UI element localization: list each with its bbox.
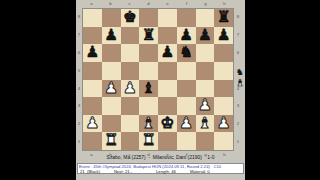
file-label-a: a xyxy=(85,1,99,6)
square-b4: ♟ xyxy=(102,80,121,98)
game-length-label: Length: 46 xyxy=(156,169,176,173)
rank-label-1: 1 xyxy=(236,136,240,149)
square-c5 xyxy=(121,62,140,80)
rank-label-4: 4 xyxy=(77,82,81,95)
next-move-label: Next: 21... xyxy=(114,169,133,173)
square-h7: ♟ xyxy=(214,27,233,45)
video-frame: abcdefgh 87654321 ♚♜♟♜♟♟♟♟♟♞♟♟♝♟♟♝♚♟♝♟♜♜… xyxy=(0,0,320,180)
file-label-e: e xyxy=(161,1,175,6)
black-rook: ♜ xyxy=(217,10,231,26)
black-pawn: ♟ xyxy=(179,27,193,43)
rank-label-5: 5 xyxy=(77,64,81,77)
white-pawn: ♟ xyxy=(123,80,137,96)
rank-label-7: 7 xyxy=(77,28,81,41)
rank-label-6: 6 xyxy=(236,46,240,59)
square-f3 xyxy=(177,97,196,115)
white-bishop: ♝ xyxy=(142,115,156,131)
square-b1: ♜ xyxy=(102,132,121,150)
square-d4: ♝ xyxy=(139,80,158,98)
square-g1 xyxy=(196,132,215,150)
white-pawn: ♟ xyxy=(85,115,99,131)
rank-label-2: 2 xyxy=(236,118,240,131)
square-h3 xyxy=(214,97,233,115)
square-c1 xyxy=(121,132,140,150)
square-d1: ♜ xyxy=(139,132,158,150)
white-bishop-icon: ♝ xyxy=(236,78,244,89)
game-info-box: Event : 45th Olympiad 2024, Budapest HUN… xyxy=(77,163,244,174)
move-indicator: 21 (Black) xyxy=(80,169,100,173)
rank-label-3: 3 xyxy=(236,100,240,113)
file-label-h: h xyxy=(218,1,232,6)
square-c3 xyxy=(121,97,140,115)
square-c6 xyxy=(121,44,140,62)
white-pawn: ♟ xyxy=(217,115,231,131)
square-e5 xyxy=(158,62,177,80)
file-label-g: g xyxy=(199,1,213,6)
white-rook: ♜ xyxy=(104,133,118,149)
square-b6 xyxy=(102,44,121,62)
square-g4 xyxy=(196,80,215,98)
square-h6 xyxy=(214,44,233,62)
square-c2 xyxy=(121,115,140,133)
square-a6: ♟ xyxy=(83,44,102,62)
rank-label-2: 2 xyxy=(77,118,81,131)
square-f7: ♟ xyxy=(177,27,196,45)
square-f8 xyxy=(177,9,196,27)
square-f4 xyxy=(177,80,196,98)
square-b7: ♟ xyxy=(102,27,121,45)
black-pawn: ♟ xyxy=(160,45,174,61)
black-knight-icon: ♞ xyxy=(236,67,244,78)
status-line: 21 (Black) Next: 21... Length: 46 Materi… xyxy=(78,169,243,174)
square-g3: ♟ xyxy=(196,97,215,115)
white-pawn: ♟ xyxy=(104,80,118,96)
square-e3 xyxy=(158,97,177,115)
black-rook: ♜ xyxy=(142,27,156,43)
square-c8: ♚ xyxy=(121,9,140,27)
square-b8 xyxy=(102,9,121,27)
material-tray: ♞ ♝ xyxy=(235,67,245,89)
square-h5 xyxy=(214,62,233,80)
square-g5 xyxy=(196,62,215,80)
white-pawn: ♟ xyxy=(198,98,212,114)
black-bishop: ♝ xyxy=(142,80,156,96)
square-b2 xyxy=(102,115,121,133)
square-e6: ♟ xyxy=(158,44,177,62)
square-d7: ♜ xyxy=(139,27,158,45)
square-h1 xyxy=(214,132,233,150)
square-e8 xyxy=(158,9,177,27)
right-letterbox-bar xyxy=(245,0,320,180)
event-line: Event : 45th Olympiad 2024, Budapest HUN… xyxy=(79,164,221,168)
file-label-b: b xyxy=(104,1,118,6)
black-pawn: ♟ xyxy=(85,45,99,61)
material-label: Material: 0 xyxy=(190,169,210,173)
square-c7 xyxy=(121,27,140,45)
square-g8 xyxy=(196,9,215,27)
square-g6 xyxy=(196,44,215,62)
left-letterbox-bar xyxy=(0,0,76,180)
square-d2: ♝ xyxy=(139,115,158,133)
square-d8 xyxy=(139,9,158,27)
square-e7 xyxy=(158,27,177,45)
rank-label-1: 1 xyxy=(77,136,81,149)
rank-label-7: 7 xyxy=(236,28,240,41)
square-f6: ♞ xyxy=(177,44,196,62)
square-c4: ♟ xyxy=(121,80,140,98)
rank-label-3: 3 xyxy=(77,100,81,113)
square-a3 xyxy=(83,97,102,115)
file-labels-top: abcdefgh xyxy=(82,0,234,7)
square-g2: ♝ xyxy=(196,115,215,133)
square-h8: ♜ xyxy=(214,9,233,27)
square-d5 xyxy=(139,62,158,80)
square-f5 xyxy=(177,62,196,80)
chess-board: ♚♜♟♜♟♟♟♟♟♞♟♟♝♟♟♝♚♟♝♟♜♜ xyxy=(82,8,234,151)
white-king: ♚ xyxy=(160,115,174,131)
file-label-f: f xyxy=(180,1,194,6)
black-pawn: ♟ xyxy=(198,27,212,43)
white-bishop: ♝ xyxy=(198,115,212,131)
square-a8 xyxy=(83,9,102,27)
black-king: ♚ xyxy=(123,10,137,26)
square-g7: ♟ xyxy=(196,27,215,45)
rank-label-6: 6 xyxy=(77,46,81,59)
square-e1 xyxy=(158,132,177,150)
black-knight: ♞ xyxy=(179,45,193,61)
square-a7 xyxy=(83,27,102,45)
square-a4 xyxy=(83,80,102,98)
square-a5 xyxy=(83,62,102,80)
white-rook: ♜ xyxy=(142,133,156,149)
players-result-line: Szabo, Ma (2257) - Milanovic, Dani (2190… xyxy=(91,155,230,161)
square-h2: ♟ xyxy=(214,115,233,133)
square-e2: ♚ xyxy=(158,115,177,133)
square-b3 xyxy=(102,97,121,115)
black-pawn: ♟ xyxy=(217,27,231,43)
square-a1 xyxy=(83,132,102,150)
black-pawn: ♟ xyxy=(104,27,118,43)
square-f1 xyxy=(177,132,196,150)
rank-label-8: 8 xyxy=(77,11,81,24)
square-f2: ♟ xyxy=(177,115,196,133)
file-label-d: d xyxy=(142,1,156,6)
rank-label-8: 8 xyxy=(236,11,240,24)
square-e4 xyxy=(158,80,177,98)
square-d3 xyxy=(139,97,158,115)
square-a2: ♟ xyxy=(83,115,102,133)
file-label-c: c xyxy=(123,1,137,6)
square-h4 xyxy=(214,80,233,98)
square-b5 xyxy=(102,62,121,80)
white-pawn: ♟ xyxy=(179,115,193,131)
square-d6 xyxy=(139,44,158,62)
